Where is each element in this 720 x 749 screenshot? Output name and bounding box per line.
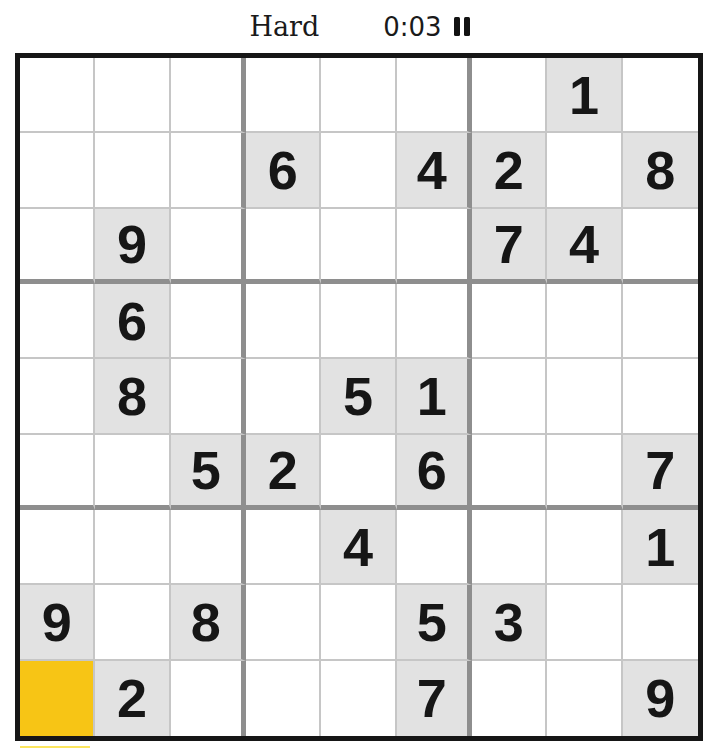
- cell-r3c9[interactable]: [623, 209, 698, 284]
- cell-r7c2[interactable]: [95, 510, 170, 585]
- cell-r6c4[interactable]: 2: [246, 435, 321, 510]
- cell-r2c1[interactable]: [20, 133, 95, 208]
- cell-r9c4[interactable]: [246, 661, 321, 736]
- cell-r9c2[interactable]: 2: [95, 661, 170, 736]
- cell-r4c9[interactable]: [623, 284, 698, 359]
- cell-r3c2[interactable]: 9: [95, 209, 170, 284]
- cell-r7c5[interactable]: 4: [321, 510, 396, 585]
- cell-r4c4[interactable]: [246, 284, 321, 359]
- header: Hard 0:03: [0, 0, 720, 53]
- cell-r9c7[interactable]: [472, 661, 547, 736]
- cell-r6c5[interactable]: [321, 435, 396, 510]
- cell-r1c5[interactable]: [321, 58, 396, 133]
- selection-underline-artifact: [20, 746, 90, 748]
- timer-group: 0:03: [383, 12, 470, 42]
- sudoku-board: 1642897468515267419853279: [15, 53, 703, 741]
- cell-r8c5[interactable]: [321, 585, 396, 660]
- cell-r7c8[interactable]: [547, 510, 622, 585]
- cell-r1c1[interactable]: [20, 58, 95, 133]
- cell-r9c9[interactable]: 9: [623, 661, 698, 736]
- cell-r2c9[interactable]: 8: [623, 133, 698, 208]
- cell-r7c6[interactable]: [397, 510, 472, 585]
- cell-r2c7[interactable]: 2: [472, 133, 547, 208]
- cell-r4c2[interactable]: 6: [95, 284, 170, 359]
- cell-r8c1[interactable]: 9: [20, 585, 95, 660]
- cell-r5c3[interactable]: [171, 359, 246, 434]
- cell-r2c4[interactable]: 6: [246, 133, 321, 208]
- cell-r6c2[interactable]: [95, 435, 170, 510]
- cell-r5c6[interactable]: 1: [397, 359, 472, 434]
- cell-r4c6[interactable]: [397, 284, 472, 359]
- cell-r6c7[interactable]: [472, 435, 547, 510]
- pause-bar-right: [464, 17, 470, 36]
- cell-r3c1[interactable]: [20, 209, 95, 284]
- cell-r8c3[interactable]: 8: [171, 585, 246, 660]
- cell-r8c6[interactable]: 5: [397, 585, 472, 660]
- timer: 0:03: [383, 12, 441, 42]
- cell-r9c8[interactable]: [547, 661, 622, 736]
- cell-r6c6[interactable]: 6: [397, 435, 472, 510]
- cell-r4c7[interactable]: [472, 284, 547, 359]
- cell-r1c4[interactable]: [246, 58, 321, 133]
- cell-r7c7[interactable]: [472, 510, 547, 585]
- cell-r3c7[interactable]: 7: [472, 209, 547, 284]
- cell-r7c9[interactable]: 1: [623, 510, 698, 585]
- cell-r1c7[interactable]: [472, 58, 547, 133]
- cell-r9c3[interactable]: [171, 661, 246, 736]
- cell-r8c7[interactable]: 3: [472, 585, 547, 660]
- cell-r5c7[interactable]: [472, 359, 547, 434]
- cell-r2c2[interactable]: [95, 133, 170, 208]
- cell-r2c8[interactable]: [547, 133, 622, 208]
- cell-r5c8[interactable]: [547, 359, 622, 434]
- cell-r2c3[interactable]: [171, 133, 246, 208]
- cell-r2c6[interactable]: 4: [397, 133, 472, 208]
- cell-r8c2[interactable]: [95, 585, 170, 660]
- cell-r1c3[interactable]: [171, 58, 246, 133]
- cell-r3c4[interactable]: [246, 209, 321, 284]
- cell-r6c9[interactable]: 7: [623, 435, 698, 510]
- cell-r7c1[interactable]: [20, 510, 95, 585]
- cell-r8c9[interactable]: [623, 585, 698, 660]
- cell-r9c5[interactable]: [321, 661, 396, 736]
- cell-r1c9[interactable]: [623, 58, 698, 133]
- cell-r5c5[interactable]: 5: [321, 359, 396, 434]
- cell-r3c3[interactable]: [171, 209, 246, 284]
- pause-icon[interactable]: [453, 16, 471, 37]
- cell-r4c1[interactable]: [20, 284, 95, 359]
- cell-r3c8[interactable]: 4: [547, 209, 622, 284]
- cell-r4c5[interactable]: [321, 284, 396, 359]
- cell-r7c4[interactable]: [246, 510, 321, 585]
- cell-r8c4[interactable]: [246, 585, 321, 660]
- cell-r3c6[interactable]: [397, 209, 472, 284]
- cell-r2c5[interactable]: [321, 133, 396, 208]
- pause-bar-left: [454, 17, 460, 36]
- cell-r5c9[interactable]: [623, 359, 698, 434]
- cell-r5c1[interactable]: [20, 359, 95, 434]
- difficulty-label: Hard: [249, 11, 319, 42]
- cell-r5c2[interactable]: 8: [95, 359, 170, 434]
- cell-r6c1[interactable]: [20, 435, 95, 510]
- cell-r1c8[interactable]: 1: [547, 58, 622, 133]
- cell-r9c6[interactable]: 7: [397, 661, 472, 736]
- cell-r7c3[interactable]: [171, 510, 246, 585]
- cell-r4c8[interactable]: [547, 284, 622, 359]
- cell-r6c8[interactable]: [547, 435, 622, 510]
- cell-r8c8[interactable]: [547, 585, 622, 660]
- cell-r4c3[interactable]: [171, 284, 246, 359]
- cell-r9c1[interactable]: [20, 661, 95, 736]
- cell-r1c2[interactable]: [95, 58, 170, 133]
- cell-r1c6[interactable]: [397, 58, 472, 133]
- cell-r3c5[interactable]: [321, 209, 396, 284]
- cell-r6c3[interactable]: 5: [171, 435, 246, 510]
- cell-r5c4[interactable]: [246, 359, 321, 434]
